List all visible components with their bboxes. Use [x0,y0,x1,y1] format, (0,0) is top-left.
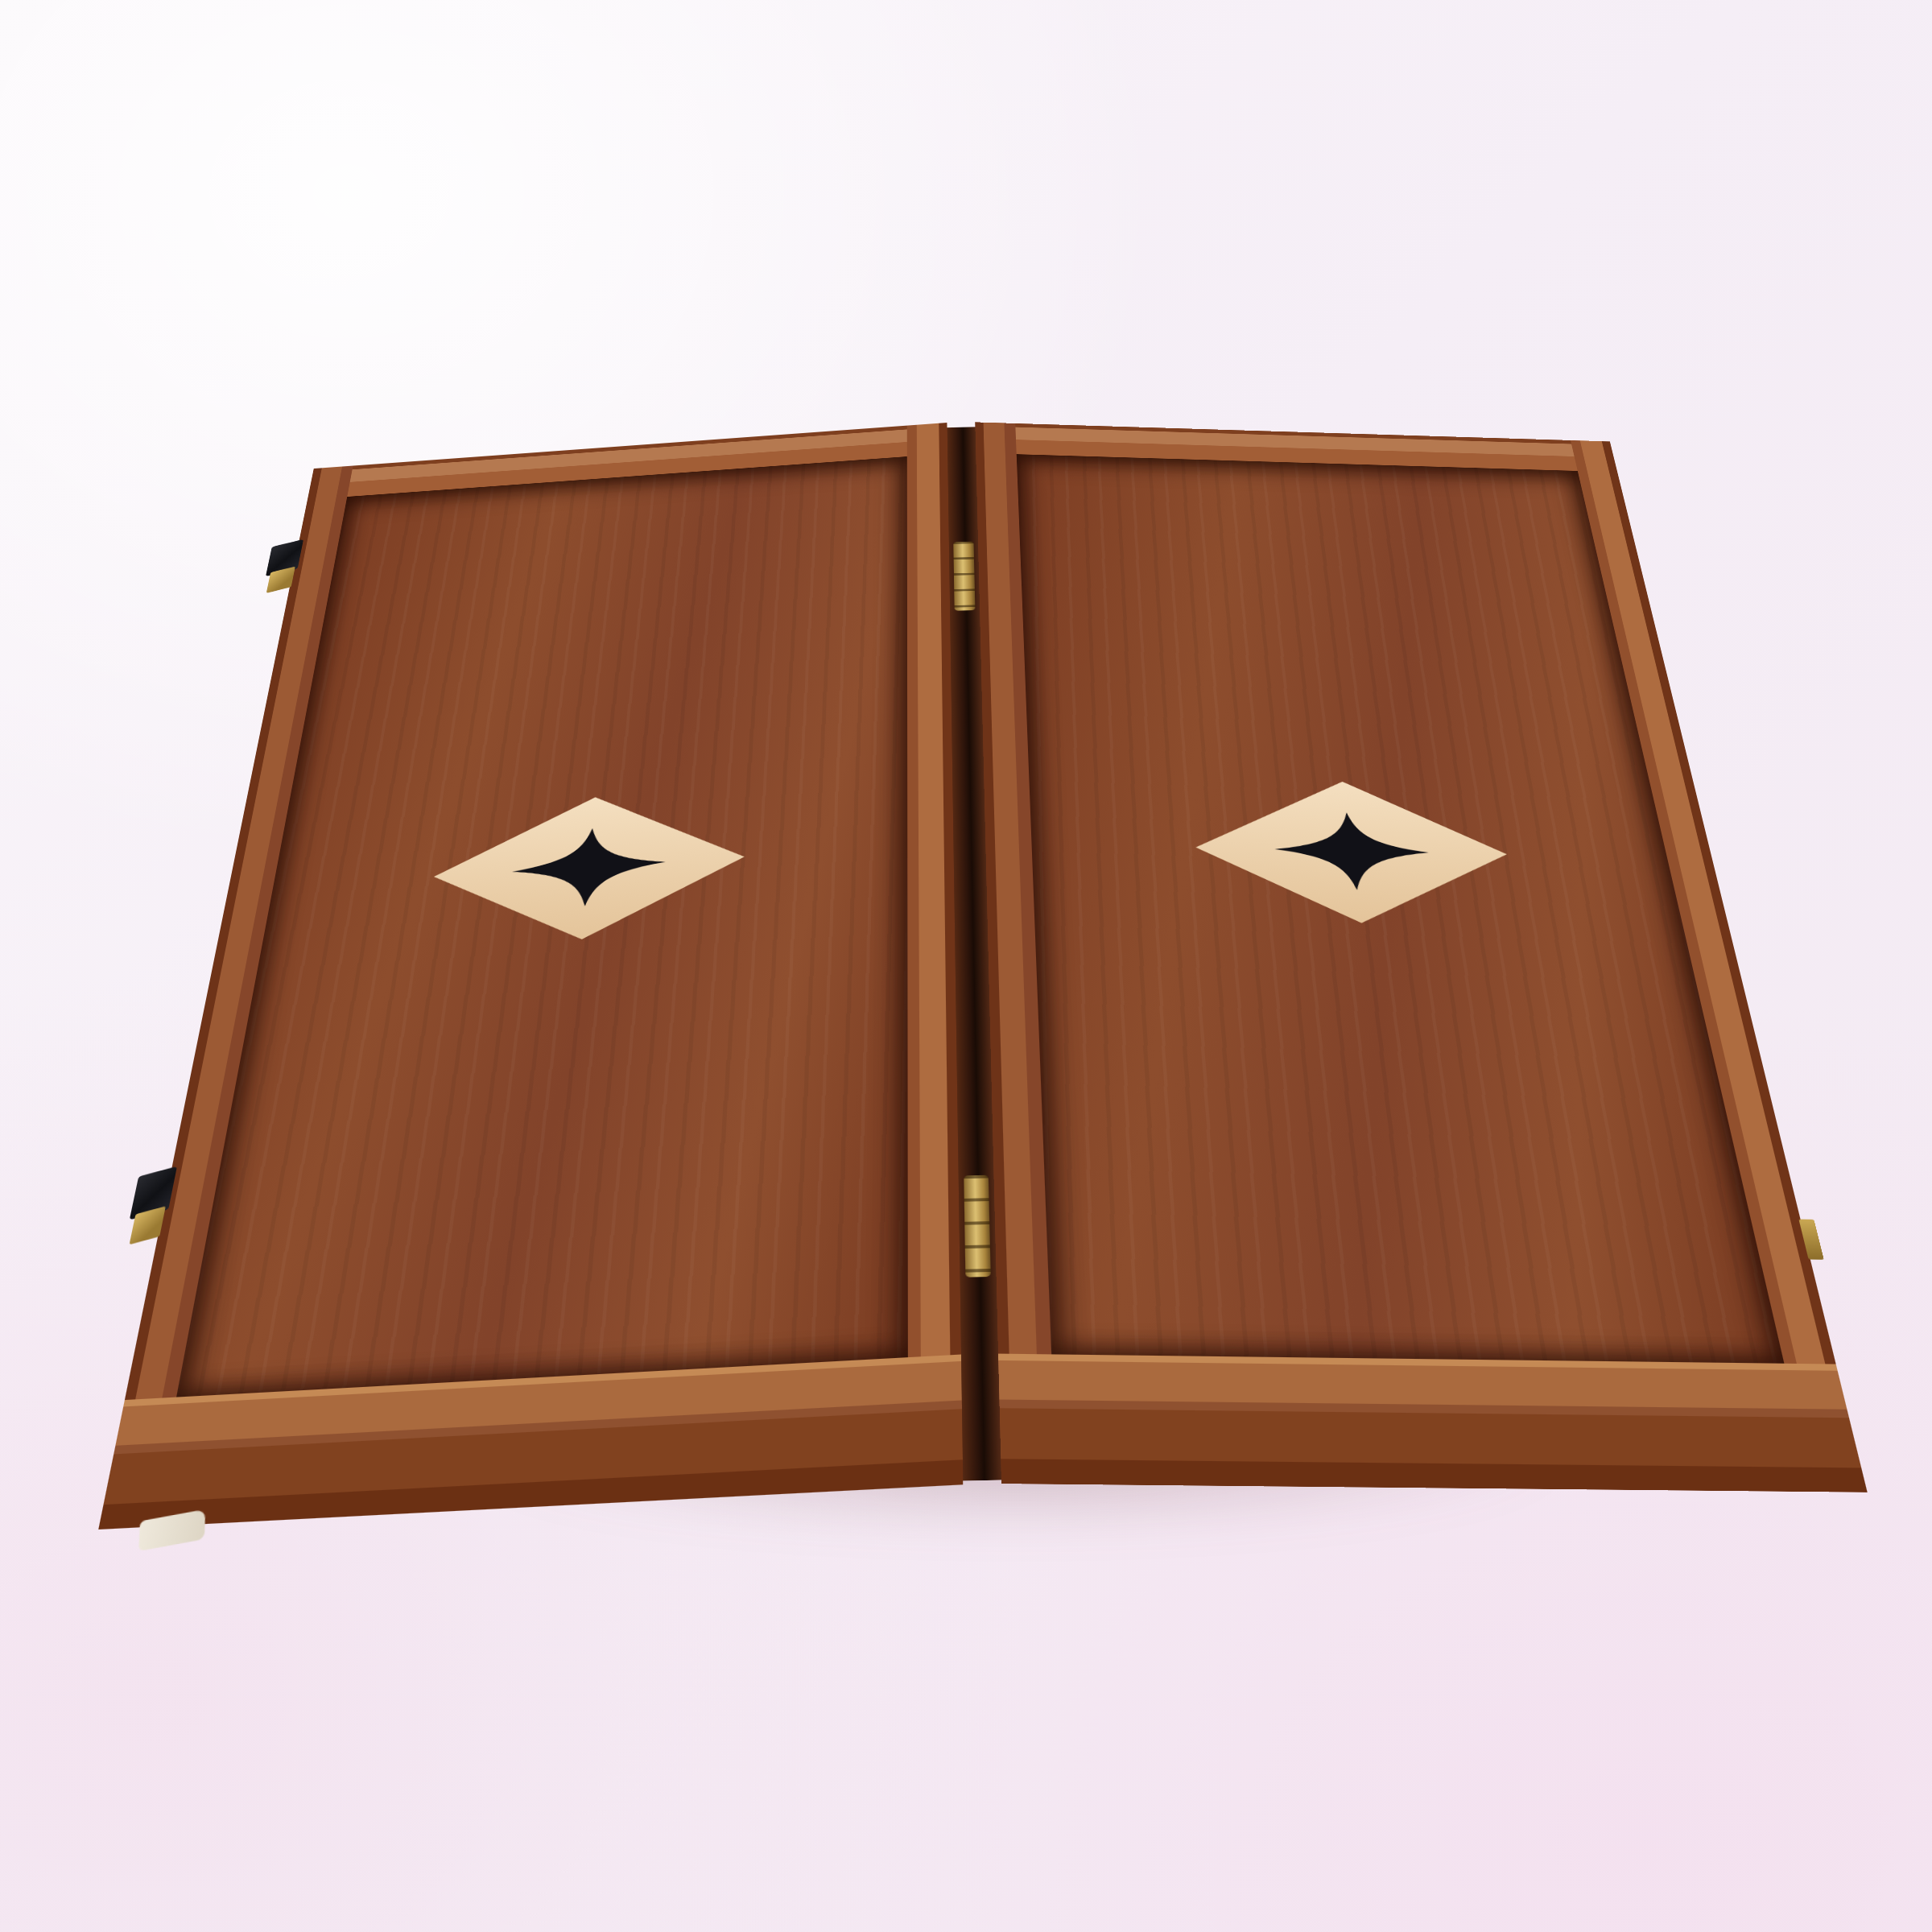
playing-field-left [176,456,908,1397]
rail-right [1571,440,1868,1492]
board-half-left [98,423,963,1529]
diamond-star-inlay [422,786,749,951]
diamond-star-inlay [1187,777,1521,927]
rail-back [975,422,1617,472]
clasp-latch [258,542,307,594]
board-half-right [975,422,1868,1492]
rail-right [907,423,964,1488]
rail-left [975,422,1056,1484]
brass-pin [1798,1220,1824,1260]
brass-hinge [953,542,975,611]
rail-back [308,423,947,500]
playing-field-right [1017,454,1785,1364]
clasp-latch [119,1170,181,1245]
photo-scene [0,0,1932,1932]
hinge-gap [944,427,1005,1480]
backgammon-board [80,409,1884,1504]
rail-left [98,465,353,1529]
rail-front [998,1354,1868,1492]
brass-hinge [964,1175,990,1278]
